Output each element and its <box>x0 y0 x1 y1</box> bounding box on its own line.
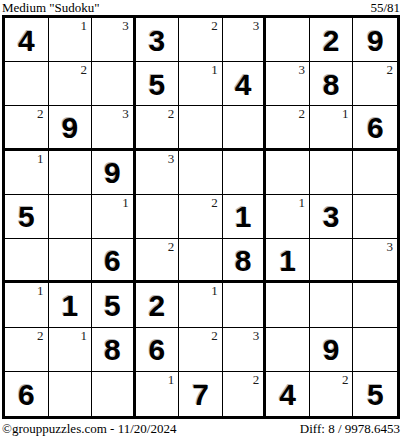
given-digit: 4 <box>18 24 35 56</box>
cell-r5c2[interactable] <box>49 195 93 239</box>
pencil-mark: 3 <box>253 328 260 343</box>
cell-r2c5[interactable]: 1 <box>179 62 223 106</box>
cell-r7c3[interactable]: 5 <box>92 283 136 327</box>
cell-r9c1[interactable]: 6 <box>5 372 49 416</box>
cell-r9c3[interactable] <box>92 372 136 416</box>
cell-r1c9[interactable]: 9 <box>353 18 397 62</box>
cell-r6c1[interactable] <box>5 239 49 283</box>
cell-r5c9[interactable] <box>353 195 397 239</box>
cell-r4c5[interactable] <box>179 151 223 195</box>
cell-r5c1[interactable]: 5 <box>5 195 49 239</box>
pencil-mark: 1 <box>81 328 88 343</box>
cell-r1c2[interactable]: 1 <box>49 18 93 62</box>
cell-r2c8[interactable]: 8 <box>310 62 354 106</box>
given-digit: 6 <box>18 378 35 410</box>
pencil-mark: 3 <box>122 106 129 121</box>
given-digit: 8 <box>104 333 121 365</box>
cell-r3c4[interactable]: 2 <box>136 106 180 150</box>
given-digit: 5 <box>367 378 384 410</box>
pencil-mark: 1 <box>298 195 305 210</box>
sudoku-page: Medium "Sudoku" 55/81 413323292514382293… <box>0 0 402 437</box>
given-digit: 9 <box>104 156 121 188</box>
cell-r7c6[interactable] <box>223 283 267 327</box>
pencil-mark: 1 <box>211 62 218 77</box>
cell-r4c2[interactable] <box>49 151 93 195</box>
cell-r5c8[interactable]: 3 <box>310 195 354 239</box>
cell-r3c6[interactable] <box>223 106 267 150</box>
pencil-mark: 1 <box>342 106 349 121</box>
cell-r1c4[interactable]: 3 <box>136 18 180 62</box>
cell-r6c3[interactable]: 6 <box>92 239 136 283</box>
given-digit: 7 <box>192 378 209 410</box>
cell-r2c1[interactable] <box>5 62 49 106</box>
cell-r2c3[interactable] <box>92 62 136 106</box>
cell-r5c6[interactable]: 1 <box>223 195 267 239</box>
pencil-mark: 1 <box>122 195 129 210</box>
pencil-mark: 2 <box>387 62 394 77</box>
given-digit: 1 <box>61 289 78 321</box>
cell-r9c7[interactable]: 4 <box>266 372 310 416</box>
given-digit: 5 <box>18 200 35 232</box>
cell-r3c9[interactable]: 6 <box>353 106 397 150</box>
cell-r9c9[interactable]: 5 <box>353 372 397 416</box>
cell-r2c2[interactable]: 2 <box>49 62 93 106</box>
cell-r8c3[interactable]: 8 <box>92 328 136 372</box>
cell-r4c7[interactable] <box>266 151 310 195</box>
cell-r8c8[interactable]: 9 <box>310 328 354 372</box>
cell-r8c6[interactable]: 3 <box>223 328 267 372</box>
page-title: Medium "Sudoku" <box>2 1 100 14</box>
cell-r6c6[interactable]: 8 <box>223 239 267 283</box>
pencil-mark: 2 <box>211 195 218 210</box>
given-digit: 6 <box>104 244 121 276</box>
pencil-mark: 3 <box>122 18 129 33</box>
cell-r3c5[interactable] <box>179 106 223 150</box>
cell-r3c8[interactable]: 1 <box>310 106 354 150</box>
pencil-mark: 3 <box>253 18 260 33</box>
given-digit: 4 <box>235 68 252 100</box>
cell-r7c5[interactable]: 1 <box>179 283 223 327</box>
cell-r9c5[interactable]: 7 <box>179 372 223 416</box>
cell-r4c1[interactable]: 1 <box>5 151 49 195</box>
pencil-mark: 2 <box>37 328 44 343</box>
cell-r3c3[interactable]: 3 <box>92 106 136 150</box>
given-digit: 6 <box>367 111 384 143</box>
given-digit: 2 <box>149 289 166 321</box>
given-digit: 1 <box>235 200 252 232</box>
given-digit: 8 <box>235 244 252 276</box>
pencil-mark: 2 <box>81 62 88 77</box>
cell-r2c7[interactable]: 3 <box>266 62 310 106</box>
given-digit: 8 <box>323 68 340 100</box>
pencil-mark: 3 <box>298 62 305 77</box>
cell-r8c5[interactable]: 2 <box>179 328 223 372</box>
cell-r7c4[interactable]: 2 <box>136 283 180 327</box>
cell-r4c8[interactable] <box>310 151 354 195</box>
cell-r3c2[interactable]: 9 <box>49 106 93 150</box>
pencil-mark: 1 <box>37 283 44 298</box>
cell-r1c7[interactable] <box>266 18 310 62</box>
progress-counter: 55/81 <box>370 1 400 14</box>
cell-r8c9[interactable] <box>353 328 397 372</box>
cell-r6c4[interactable]: 2 <box>136 239 180 283</box>
cell-r1c3[interactable]: 3 <box>92 18 136 62</box>
cell-r9c2[interactable] <box>49 372 93 416</box>
cell-r1c8[interactable]: 2 <box>310 18 354 62</box>
cell-r8c2[interactable]: 1 <box>49 328 93 372</box>
cell-r4c9[interactable] <box>353 151 397 195</box>
given-digit: 9 <box>61 111 78 143</box>
cell-r8c4[interactable]: 6 <box>136 328 180 372</box>
cell-r6c9[interactable]: 3 <box>353 239 397 283</box>
cell-r4c3[interactable]: 9 <box>92 151 136 195</box>
given-digit: 2 <box>323 24 340 56</box>
pencil-mark: 2 <box>253 372 260 387</box>
difficulty-text: Diff: 8 / 9978.6453 <box>300 422 400 435</box>
cell-r1c6[interactable]: 3 <box>223 18 267 62</box>
cell-r7c7[interactable] <box>266 283 310 327</box>
pencil-mark: 2 <box>37 106 44 121</box>
cell-r8c1[interactable]: 2 <box>5 328 49 372</box>
pencil-mark: 2 <box>211 18 218 33</box>
cell-r2c9[interactable]: 2 <box>353 62 397 106</box>
pencil-mark: 2 <box>342 372 349 387</box>
pencil-mark: 1 <box>168 372 175 387</box>
cell-r2c6[interactable]: 4 <box>223 62 267 106</box>
cell-r6c5[interactable] <box>179 239 223 283</box>
pencil-mark: 3 <box>168 151 175 166</box>
cell-r3c7[interactable]: 2 <box>266 106 310 150</box>
pencil-mark: 2 <box>168 239 175 254</box>
cell-r1c5[interactable]: 2 <box>179 18 223 62</box>
pencil-mark: 1 <box>211 283 218 298</box>
given-digit: 4 <box>279 378 296 410</box>
given-digit: 9 <box>323 333 340 365</box>
given-digit: 1 <box>279 244 296 276</box>
page-footer: ©grouppuzzles.com - 11/20/2024 Diff: 8 /… <box>0 419 402 435</box>
cell-r5c3[interactable]: 1 <box>92 195 136 239</box>
cell-r6c8[interactable] <box>310 239 354 283</box>
given-digit: 5 <box>149 68 166 100</box>
cell-r9c8[interactable]: 2 <box>310 372 354 416</box>
cell-r5c7[interactable]: 1 <box>266 195 310 239</box>
cell-r5c5[interactable]: 2 <box>179 195 223 239</box>
pencil-mark: 1 <box>81 18 88 33</box>
page-header: Medium "Sudoku" 55/81 <box>0 0 402 15</box>
pencil-mark: 2 <box>298 106 305 121</box>
cell-r7c8[interactable] <box>310 283 354 327</box>
cell-r2c4[interactable]: 5 <box>136 62 180 106</box>
pencil-mark: 3 <box>387 239 394 254</box>
cell-r3c1[interactable]: 2 <box>5 106 49 150</box>
pencil-mark: 1 <box>37 151 44 166</box>
cell-r7c1[interactable]: 1 <box>5 283 49 327</box>
sudoku-board: 4133232925143822932216193512113628131152… <box>2 15 400 419</box>
cell-r8c7[interactable] <box>266 328 310 372</box>
cell-r6c7[interactable]: 1 <box>266 239 310 283</box>
cell-r1c1[interactable]: 4 <box>5 18 49 62</box>
cell-r5c4[interactable] <box>136 195 180 239</box>
given-digit: 3 <box>149 24 166 56</box>
cell-r4c6[interactable] <box>223 151 267 195</box>
cell-r9c4[interactable]: 1 <box>136 372 180 416</box>
cell-r9c6[interactable]: 2 <box>223 372 267 416</box>
given-digit: 5 <box>104 289 121 321</box>
given-digit: 3 <box>323 200 340 232</box>
given-digit: 9 <box>367 24 384 56</box>
cell-r4c4[interactable]: 3 <box>136 151 180 195</box>
pencil-mark: 2 <box>168 106 175 121</box>
pencil-mark: 2 <box>211 328 218 343</box>
given-digit: 6 <box>149 333 166 365</box>
cell-r7c9[interactable] <box>353 283 397 327</box>
copyright-text: ©grouppuzzles.com - 11/20/2024 <box>2 422 176 435</box>
cell-r7c2[interactable]: 1 <box>49 283 93 327</box>
cell-r6c2[interactable] <box>49 239 93 283</box>
